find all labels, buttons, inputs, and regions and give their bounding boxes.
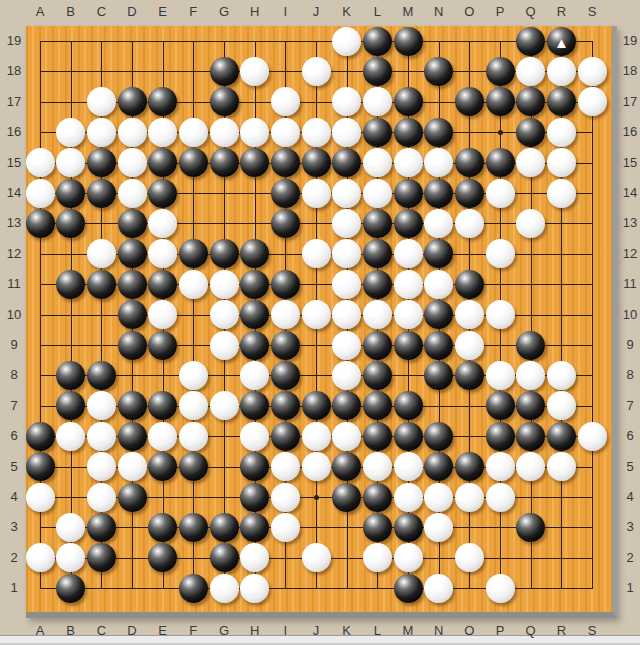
black-stone-E9 xyxy=(148,331,177,360)
white-stone-C16 xyxy=(87,118,116,147)
white-stone-I10 xyxy=(271,300,300,329)
black-stone-Q16 xyxy=(516,118,545,147)
row-label-right-8: 8 xyxy=(618,366,640,384)
row-label-left-15: 15 xyxy=(2,154,26,172)
white-stone-A4 xyxy=(26,483,55,512)
black-stone-B13 xyxy=(56,209,85,238)
black-stone-L11 xyxy=(363,270,392,299)
row-label-left-4: 4 xyxy=(2,488,26,506)
col-label-top-A: A xyxy=(28,3,52,21)
black-stone-L18 xyxy=(363,57,392,86)
white-stone-A14 xyxy=(26,179,55,208)
col-label-bottom-Q: Q xyxy=(519,622,543,640)
row-label-right-13: 13 xyxy=(618,214,640,232)
white-stone-M5 xyxy=(394,452,423,481)
triangle-marker-R19: ▲ xyxy=(547,27,576,56)
black-stone-L3 xyxy=(363,513,392,542)
col-label-top-S: S xyxy=(580,3,604,21)
white-stone-K6 xyxy=(332,422,361,451)
black-stone-I8 xyxy=(271,361,300,390)
white-stone-I5 xyxy=(271,452,300,481)
black-stone-A13 xyxy=(26,209,55,238)
white-stone-M15 xyxy=(394,148,423,177)
col-label-bottom-N: N xyxy=(427,622,451,640)
white-stone-M10 xyxy=(394,300,423,329)
white-stone-Q13 xyxy=(516,209,545,238)
black-stone-F5 xyxy=(179,452,208,481)
black-stone-K4 xyxy=(332,483,361,512)
col-label-bottom-O: O xyxy=(457,622,481,640)
black-stone-E15 xyxy=(148,148,177,177)
row-label-left-11: 11 xyxy=(2,275,26,293)
white-stone-P1 xyxy=(486,574,515,603)
black-stone-C2 xyxy=(87,543,116,572)
row-label-right-14: 14 xyxy=(618,184,640,202)
black-stone-J15 xyxy=(302,148,331,177)
white-stone-O4 xyxy=(455,483,484,512)
white-stone-S17 xyxy=(578,87,607,116)
black-stone-D10 xyxy=(118,300,147,329)
black-stone-E5 xyxy=(148,452,177,481)
black-stone-B7 xyxy=(56,391,85,420)
white-stone-E12 xyxy=(148,239,177,268)
black-stone-H15 xyxy=(240,148,269,177)
row-label-right-12: 12 xyxy=(618,245,640,263)
black-stone-D6 xyxy=(118,422,147,451)
black-stone-E2 xyxy=(148,543,177,572)
white-stone-H8 xyxy=(240,361,269,390)
white-stone-C4 xyxy=(87,483,116,512)
white-stone-J16 xyxy=(302,118,331,147)
black-stone-O17 xyxy=(455,87,484,116)
white-stone-B6 xyxy=(56,422,85,451)
black-stone-M17 xyxy=(394,87,423,116)
black-stone-N10 xyxy=(424,300,453,329)
black-stone-N14 xyxy=(424,179,453,208)
white-stone-A2 xyxy=(26,543,55,572)
white-stone-L2 xyxy=(363,543,392,572)
row-label-left-6: 6 xyxy=(2,427,26,445)
col-label-top-K: K xyxy=(335,3,359,21)
row-label-left-1: 1 xyxy=(2,579,26,597)
black-stone-L8 xyxy=(363,361,392,390)
white-stone-O13 xyxy=(455,209,484,238)
row-label-right-1: 1 xyxy=(618,579,640,597)
white-stone-L15 xyxy=(363,148,392,177)
white-stone-G16 xyxy=(210,118,239,147)
col-label-top-M: M xyxy=(396,3,420,21)
black-stone-I11 xyxy=(271,270,300,299)
black-stone-G12 xyxy=(210,239,239,268)
col-label-top-F: F xyxy=(181,3,205,21)
white-stone-P4 xyxy=(486,483,515,512)
white-stone-R8 xyxy=(547,361,576,390)
col-label-top-E: E xyxy=(151,3,175,21)
white-stone-M2 xyxy=(394,543,423,572)
black-stone-M6 xyxy=(394,422,423,451)
black-stone-P17 xyxy=(486,87,515,116)
white-stone-K19 xyxy=(332,27,361,56)
white-stone-O10 xyxy=(455,300,484,329)
row-label-right-11: 11 xyxy=(618,275,640,293)
row-label-right-6: 6 xyxy=(618,427,640,445)
col-label-bottom-E: E xyxy=(151,622,175,640)
black-stone-O14 xyxy=(455,179,484,208)
white-stone-D14 xyxy=(118,179,147,208)
white-stone-L10 xyxy=(363,300,392,329)
black-stone-D12 xyxy=(118,239,147,268)
white-stone-J2 xyxy=(302,543,331,572)
col-label-bottom-A: A xyxy=(28,622,52,640)
white-stone-H1 xyxy=(240,574,269,603)
black-stone-H7 xyxy=(240,391,269,420)
white-stone-P5 xyxy=(486,452,515,481)
white-stone-B3 xyxy=(56,513,85,542)
black-stone-M14 xyxy=(394,179,423,208)
row-label-left-10: 10 xyxy=(2,306,26,324)
black-stone-E11 xyxy=(148,270,177,299)
col-label-top-G: G xyxy=(212,3,236,21)
black-stone-C15 xyxy=(87,148,116,177)
col-label-bottom-K: K xyxy=(335,622,359,640)
go-board[interactable]: ▲ xyxy=(26,26,617,618)
black-stone-H4 xyxy=(240,483,269,512)
white-stone-N4 xyxy=(424,483,453,512)
white-stone-N1 xyxy=(424,574,453,603)
white-stone-D16 xyxy=(118,118,147,147)
white-stone-C12 xyxy=(87,239,116,268)
black-stone-L16 xyxy=(363,118,392,147)
black-stone-G2 xyxy=(210,543,239,572)
white-stone-L14 xyxy=(363,179,392,208)
black-stone-E17 xyxy=(148,87,177,116)
white-stone-B16 xyxy=(56,118,85,147)
white-stone-H18 xyxy=(240,57,269,86)
white-stone-K8 xyxy=(332,361,361,390)
col-label-top-Q: Q xyxy=(519,3,543,21)
black-stone-H12 xyxy=(240,239,269,268)
row-label-left-5: 5 xyxy=(2,458,26,476)
black-stone-I7 xyxy=(271,391,300,420)
white-stone-R15 xyxy=(547,148,576,177)
white-stone-R7 xyxy=(547,391,576,420)
white-stone-F6 xyxy=(179,422,208,451)
black-stone-F15 xyxy=(179,148,208,177)
row-label-left-18: 18 xyxy=(2,62,26,80)
row-label-left-3: 3 xyxy=(2,518,26,536)
white-stone-H2 xyxy=(240,543,269,572)
col-label-bottom-D: D xyxy=(120,622,144,640)
white-stone-I17 xyxy=(271,87,300,116)
white-stone-L5 xyxy=(363,452,392,481)
white-stone-J12 xyxy=(302,239,331,268)
row-label-left-13: 13 xyxy=(2,214,26,232)
white-stone-M4 xyxy=(394,483,423,512)
white-stone-O2 xyxy=(455,543,484,572)
black-stone-D7 xyxy=(118,391,147,420)
black-stone-F3 xyxy=(179,513,208,542)
black-stone-D9 xyxy=(118,331,147,360)
col-label-bottom-L: L xyxy=(365,622,389,640)
col-label-top-P: P xyxy=(488,3,512,21)
go-app-window: ▲ AABBCCDDEEFFGGHHIIJJKKLLMMNNOOPPQQRRSS… xyxy=(0,0,640,645)
black-stone-N5 xyxy=(424,452,453,481)
white-stone-I4 xyxy=(271,483,300,512)
row-label-left-17: 17 xyxy=(2,93,26,111)
black-stone-O15 xyxy=(455,148,484,177)
white-stone-M12 xyxy=(394,239,423,268)
col-label-bottom-P: P xyxy=(488,622,512,640)
black-stone-P15 xyxy=(486,148,515,177)
white-stone-P10 xyxy=(486,300,515,329)
row-label-right-18: 18 xyxy=(618,62,640,80)
col-label-top-B: B xyxy=(59,3,83,21)
white-stone-G9 xyxy=(210,331,239,360)
white-stone-I16 xyxy=(271,118,300,147)
white-stone-K14 xyxy=(332,179,361,208)
black-stone-R17 xyxy=(547,87,576,116)
black-stone-F1 xyxy=(179,574,208,603)
white-stone-J6 xyxy=(302,422,331,451)
star-point-J4 xyxy=(314,495,319,500)
black-stone-G18 xyxy=(210,57,239,86)
black-stone-M19 xyxy=(394,27,423,56)
black-stone-C3 xyxy=(87,513,116,542)
white-stone-N3 xyxy=(424,513,453,542)
white-stone-N13 xyxy=(424,209,453,238)
row-label-left-14: 14 xyxy=(2,184,26,202)
black-stone-N16 xyxy=(424,118,453,147)
black-stone-C8 xyxy=(87,361,116,390)
white-stone-P12 xyxy=(486,239,515,268)
black-stone-Q17 xyxy=(516,87,545,116)
row-label-left-9: 9 xyxy=(2,336,26,354)
black-stone-R6 xyxy=(547,422,576,451)
col-label-bottom-R: R xyxy=(549,622,573,640)
white-stone-R5 xyxy=(547,452,576,481)
col-label-bottom-J: J xyxy=(304,622,328,640)
col-label-top-L: L xyxy=(365,3,389,21)
black-stone-A6 xyxy=(26,422,55,451)
row-label-right-7: 7 xyxy=(618,397,640,415)
black-stone-L19 xyxy=(363,27,392,56)
black-stone-I13 xyxy=(271,209,300,238)
white-stone-L17 xyxy=(363,87,392,116)
star-point-P16 xyxy=(498,130,503,135)
white-stone-E10 xyxy=(148,300,177,329)
black-stone-M9 xyxy=(394,331,423,360)
black-stone-H5 xyxy=(240,452,269,481)
white-stone-E6 xyxy=(148,422,177,451)
black-stone-M16 xyxy=(394,118,423,147)
black-stone-E3 xyxy=(148,513,177,542)
row-label-right-9: 9 xyxy=(618,336,640,354)
white-stone-S6 xyxy=(578,422,607,451)
black-stone-Q3 xyxy=(516,513,545,542)
white-stone-G1 xyxy=(210,574,239,603)
row-label-right-19: 19 xyxy=(618,32,640,50)
white-stone-N11 xyxy=(424,270,453,299)
black-stone-B11 xyxy=(56,270,85,299)
row-label-left-12: 12 xyxy=(2,245,26,263)
black-stone-D13 xyxy=(118,209,147,238)
row-label-left-2: 2 xyxy=(2,549,26,567)
col-label-top-I: I xyxy=(273,3,297,21)
black-stone-A5 xyxy=(26,452,55,481)
col-label-top-J: J xyxy=(304,3,328,21)
black-stone-L9 xyxy=(363,331,392,360)
white-stone-F16 xyxy=(179,118,208,147)
black-stone-M3 xyxy=(394,513,423,542)
black-stone-K5 xyxy=(332,452,361,481)
black-stone-C11 xyxy=(87,270,116,299)
row-label-left-19: 19 xyxy=(2,32,26,50)
row-label-right-17: 17 xyxy=(618,93,640,111)
black-stone-P18 xyxy=(486,57,515,86)
black-stone-M1 xyxy=(394,574,423,603)
white-stone-J5 xyxy=(302,452,331,481)
black-stone-I9 xyxy=(271,331,300,360)
white-stone-E13 xyxy=(148,209,177,238)
col-label-top-C: C xyxy=(89,3,113,21)
col-label-bottom-F: F xyxy=(181,622,205,640)
row-label-right-2: 2 xyxy=(618,549,640,567)
white-stone-C17 xyxy=(87,87,116,116)
white-stone-C6 xyxy=(87,422,116,451)
black-stone-K7 xyxy=(332,391,361,420)
row-label-right-4: 4 xyxy=(618,488,640,506)
black-stone-P6 xyxy=(486,422,515,451)
white-stone-R18 xyxy=(547,57,576,86)
black-stone-L12 xyxy=(363,239,392,268)
row-label-right-5: 5 xyxy=(618,458,640,476)
col-label-bottom-C: C xyxy=(89,622,113,640)
white-stone-K10 xyxy=(332,300,361,329)
white-stone-P8 xyxy=(486,361,515,390)
col-label-bottom-G: G xyxy=(212,622,236,640)
row-label-left-7: 7 xyxy=(2,397,26,415)
black-stone-G3 xyxy=(210,513,239,542)
black-stone-O5 xyxy=(455,452,484,481)
black-stone-H3 xyxy=(240,513,269,542)
black-stone-L6 xyxy=(363,422,392,451)
black-stone-C14 xyxy=(87,179,116,208)
white-stone-G7 xyxy=(210,391,239,420)
white-stone-B15 xyxy=(56,148,85,177)
col-label-bottom-H: H xyxy=(243,622,267,640)
black-stone-M13 xyxy=(394,209,423,238)
white-stone-N15 xyxy=(424,148,453,177)
black-stone-H9 xyxy=(240,331,269,360)
black-stone-D11 xyxy=(118,270,147,299)
black-stone-N6 xyxy=(424,422,453,451)
white-stone-K9 xyxy=(332,331,361,360)
white-stone-C7 xyxy=(87,391,116,420)
white-stone-K12 xyxy=(332,239,361,268)
black-stone-D4 xyxy=(118,483,147,512)
black-stone-D17 xyxy=(118,87,147,116)
col-label-top-N: N xyxy=(427,3,451,21)
black-stone-P7 xyxy=(486,391,515,420)
white-stone-H16 xyxy=(240,118,269,147)
white-stone-C5 xyxy=(87,452,116,481)
white-stone-F8 xyxy=(179,361,208,390)
white-stone-J14 xyxy=(302,179,331,208)
black-stone-E7 xyxy=(148,391,177,420)
black-stone-B14 xyxy=(56,179,85,208)
col-label-top-R: R xyxy=(549,3,573,21)
black-stone-L4 xyxy=(363,483,392,512)
white-stone-R14 xyxy=(547,179,576,208)
black-stone-I14 xyxy=(271,179,300,208)
white-stone-E16 xyxy=(148,118,177,147)
black-stone-B8 xyxy=(56,361,85,390)
black-stone-N18 xyxy=(424,57,453,86)
white-stone-B2 xyxy=(56,543,85,572)
black-stone-K15 xyxy=(332,148,361,177)
black-stone-Q7 xyxy=(516,391,545,420)
black-stone-Q6 xyxy=(516,422,545,451)
white-stone-K17 xyxy=(332,87,361,116)
row-label-right-15: 15 xyxy=(618,154,640,172)
black-stone-N8 xyxy=(424,361,453,390)
black-stone-L13 xyxy=(363,209,392,238)
white-stone-K13 xyxy=(332,209,361,238)
white-stone-G10 xyxy=(210,300,239,329)
white-stone-M11 xyxy=(394,270,423,299)
white-stone-D15 xyxy=(118,148,147,177)
col-label-top-H: H xyxy=(243,3,267,21)
black-stone-I15 xyxy=(271,148,300,177)
row-label-left-8: 8 xyxy=(2,366,26,384)
white-stone-F11 xyxy=(179,270,208,299)
col-label-bottom-S: S xyxy=(580,622,604,640)
black-stone-J7 xyxy=(302,391,331,420)
white-stone-A15 xyxy=(26,148,55,177)
black-stone-G15 xyxy=(210,148,239,177)
white-stone-G11 xyxy=(210,270,239,299)
white-stone-D5 xyxy=(118,452,147,481)
white-stone-Q5 xyxy=(516,452,545,481)
white-stone-J10 xyxy=(302,300,331,329)
white-stone-Q18 xyxy=(516,57,545,86)
white-stone-O9 xyxy=(455,331,484,360)
col-label-top-D: D xyxy=(120,3,144,21)
black-stone-M7 xyxy=(394,391,423,420)
white-stone-Q15 xyxy=(516,148,545,177)
col-label-bottom-M: M xyxy=(396,622,420,640)
black-stone-G17 xyxy=(210,87,239,116)
col-label-bottom-I: I xyxy=(273,622,297,640)
black-stone-O11 xyxy=(455,270,484,299)
col-label-top-O: O xyxy=(457,3,481,21)
black-stone-B1 xyxy=(56,574,85,603)
white-stone-I3 xyxy=(271,513,300,542)
white-stone-R16 xyxy=(547,118,576,147)
black-stone-H11 xyxy=(240,270,269,299)
row-label-left-16: 16 xyxy=(2,123,26,141)
black-stone-E14 xyxy=(148,179,177,208)
black-stone-H10 xyxy=(240,300,269,329)
white-stone-H6 xyxy=(240,422,269,451)
row-label-right-3: 3 xyxy=(618,518,640,536)
grid-vline-S xyxy=(592,41,593,589)
row-label-right-16: 16 xyxy=(618,123,640,141)
row-label-right-10: 10 xyxy=(618,306,640,324)
white-stone-S18 xyxy=(578,57,607,86)
black-stone-F12 xyxy=(179,239,208,268)
white-stone-K16 xyxy=(332,118,361,147)
